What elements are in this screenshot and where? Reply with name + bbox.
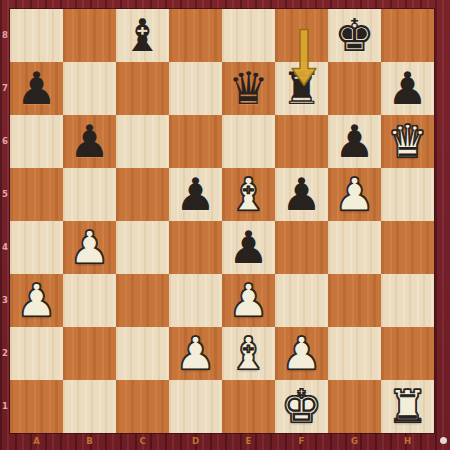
piece-black-pawn[interactable]: ♟ [381,62,434,115]
square-e4[interactable]: ♟ [222,221,275,274]
square-g4[interactable] [328,221,381,274]
piece-black-rook[interactable]: ♜ [275,62,328,115]
square-c7[interactable] [116,62,169,115]
square-b7[interactable] [63,62,116,115]
square-f6[interactable] [275,115,328,168]
piece-white-pawn[interactable]: ♟ [169,327,222,380]
file-label-d: D [169,434,222,450]
square-h6[interactable]: ♛ [381,115,434,168]
square-h1[interactable]: ♜ [381,380,434,433]
file-label-h: H [381,434,434,450]
piece-white-pawn[interactable]: ♟ [275,327,328,380]
square-d4[interactable] [169,221,222,274]
square-c1[interactable] [116,380,169,433]
square-g6[interactable]: ♟ [328,115,381,168]
square-e5[interactable]: ♝ [222,168,275,221]
rank-label-5: 5 [0,168,10,221]
square-f5[interactable]: ♟ [275,168,328,221]
piece-black-bishop[interactable]: ♝ [116,9,169,62]
file-label-c: C [116,434,169,450]
square-a4[interactable] [10,221,63,274]
square-a1[interactable] [10,380,63,433]
board-frame: ♝♚♟♛♜♟♟♟♛♟♝♟♟♟♟♟♟♟♝♟♚♜ 87654321ABCDEFGH [0,0,450,450]
square-c6[interactable] [116,115,169,168]
square-a3[interactable]: ♟ [10,274,63,327]
square-d1[interactable] [169,380,222,433]
square-h4[interactable] [381,221,434,274]
rank-label-4: 4 [0,221,10,274]
piece-white-pawn[interactable]: ♟ [10,274,63,327]
file-label-a: A [10,434,63,450]
square-e2[interactable]: ♝ [222,327,275,380]
file-label-g: G [328,434,381,450]
white-to-move-indicator [440,437,447,444]
rank-label-2: 2 [0,327,10,380]
piece-white-pawn[interactable]: ♟ [222,274,275,327]
square-h8[interactable] [381,9,434,62]
square-c5[interactable] [116,168,169,221]
file-label-e: E [222,434,275,450]
square-f3[interactable] [275,274,328,327]
square-g1[interactable] [328,380,381,433]
square-a5[interactable] [10,168,63,221]
piece-white-bishop[interactable]: ♝ [222,168,275,221]
rank-label-8: 8 [0,9,10,62]
square-g7[interactable] [328,62,381,115]
rank-label-1: 1 [0,380,10,433]
rank-label-6: 6 [0,115,10,168]
piece-white-king[interactable]: ♚ [275,380,328,433]
piece-black-pawn[interactable]: ♟ [10,62,63,115]
square-d2[interactable]: ♟ [169,327,222,380]
file-label-b: B [63,434,116,450]
square-e7[interactable]: ♛ [222,62,275,115]
square-g5[interactable]: ♟ [328,168,381,221]
square-f8[interactable] [275,9,328,62]
square-g2[interactable] [328,327,381,380]
piece-white-queen[interactable]: ♛ [381,115,434,168]
square-e8[interactable] [222,9,275,62]
square-d5[interactable]: ♟ [169,168,222,221]
square-h3[interactable] [381,274,434,327]
square-b1[interactable] [63,380,116,433]
square-a2[interactable] [10,327,63,380]
square-c3[interactable] [116,274,169,327]
square-b2[interactable] [63,327,116,380]
square-h2[interactable] [381,327,434,380]
square-d6[interactable] [169,115,222,168]
square-e1[interactable] [222,380,275,433]
piece-black-king[interactable]: ♚ [328,9,381,62]
piece-white-rook[interactable]: ♜ [381,380,434,433]
piece-white-pawn[interactable]: ♟ [63,221,116,274]
piece-white-pawn[interactable]: ♟ [328,168,381,221]
square-c8[interactable]: ♝ [116,9,169,62]
piece-black-pawn[interactable]: ♟ [63,115,116,168]
square-b3[interactable] [63,274,116,327]
square-f1[interactable]: ♚ [275,380,328,433]
square-c4[interactable] [116,221,169,274]
square-f7[interactable]: ♜ [275,62,328,115]
square-d7[interactable] [169,62,222,115]
square-h7[interactable]: ♟ [381,62,434,115]
square-f2[interactable]: ♟ [275,327,328,380]
square-d3[interactable] [169,274,222,327]
square-c2[interactable] [116,327,169,380]
square-e3[interactable]: ♟ [222,274,275,327]
square-a8[interactable] [10,9,63,62]
square-b4[interactable]: ♟ [63,221,116,274]
piece-black-pawn[interactable]: ♟ [275,168,328,221]
file-label-f: F [275,434,328,450]
square-a7[interactable]: ♟ [10,62,63,115]
square-b8[interactable] [63,9,116,62]
piece-black-queen[interactable]: ♛ [222,62,275,115]
square-g3[interactable] [328,274,381,327]
square-b5[interactable] [63,168,116,221]
square-h5[interactable] [381,168,434,221]
piece-white-bishop[interactable]: ♝ [222,327,275,380]
rank-label-7: 7 [0,62,10,115]
piece-black-pawn[interactable]: ♟ [169,168,222,221]
piece-black-pawn[interactable]: ♟ [328,115,381,168]
square-g8[interactable]: ♚ [328,9,381,62]
square-a6[interactable] [10,115,63,168]
square-e6[interactable] [222,115,275,168]
square-f4[interactable] [275,221,328,274]
square-d8[interactable] [169,9,222,62]
chess-board: ♝♚♟♛♜♟♟♟♛♟♝♟♟♟♟♟♟♟♝♟♚♜ [10,9,434,433]
square-b6[interactable]: ♟ [63,115,116,168]
piece-black-pawn[interactable]: ♟ [222,221,275,274]
rank-label-3: 3 [0,274,10,327]
